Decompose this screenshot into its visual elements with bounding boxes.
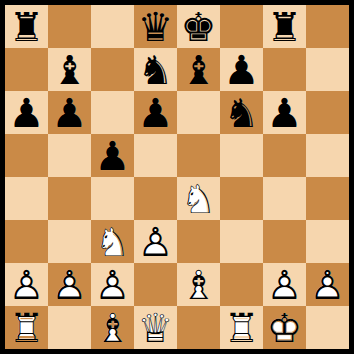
- piece-fill: ♟: [134, 91, 177, 134]
- square-f8[interactable]: [220, 5, 263, 48]
- black-knight-icon[interactable]: ♞: [134, 48, 177, 91]
- white-rook-icon[interactable]: ♜♖: [220, 306, 263, 349]
- square-a8[interactable]: ♜: [5, 5, 48, 48]
- square-d2[interactable]: [134, 263, 177, 306]
- square-g4[interactable]: [263, 177, 306, 220]
- black-pawn-icon[interactable]: ♟: [5, 91, 48, 134]
- square-d8[interactable]: ♛: [134, 5, 177, 48]
- white-rook-icon[interactable]: ♜♖: [5, 306, 48, 349]
- piece-fill: ♛: [134, 5, 177, 48]
- piece-fill: ♚: [177, 5, 220, 48]
- black-queen-icon[interactable]: ♛: [134, 5, 177, 48]
- square-c5[interactable]: ♟: [91, 134, 134, 177]
- black-king-icon[interactable]: ♚: [177, 5, 220, 48]
- piece-outline: ♙: [91, 263, 134, 306]
- piece-outline: ♙: [306, 263, 349, 306]
- piece-outline: ♙: [5, 263, 48, 306]
- black-pawn-icon[interactable]: ♟: [48, 91, 91, 134]
- piece-outline: ♕: [134, 306, 177, 349]
- piece-fill: ♟: [91, 134, 134, 177]
- chess-board: ♜♛♚♜♝♞♝♟♟♟♟♞♟♟♞♘♞♘♟♙♟♙♟♙♟♙♝♗♟♙♟♙♜♖♝♗♛♕♜♖…: [5, 5, 349, 349]
- piece-fill: ♝: [48, 48, 91, 91]
- square-c4[interactable]: [91, 177, 134, 220]
- square-h7[interactable]: [306, 48, 349, 91]
- black-bishop-icon[interactable]: ♝: [177, 48, 220, 91]
- white-pawn-icon[interactable]: ♟♙: [263, 263, 306, 306]
- square-c8[interactable]: [91, 5, 134, 48]
- white-pawn-icon[interactable]: ♟♙: [5, 263, 48, 306]
- square-a5[interactable]: [5, 134, 48, 177]
- square-d1[interactable]: ♛♕: [134, 306, 177, 349]
- piece-outline: ♗: [91, 306, 134, 349]
- piece-fill: ♟: [220, 48, 263, 91]
- square-c1[interactable]: ♝♗: [91, 306, 134, 349]
- square-d4[interactable]: [134, 177, 177, 220]
- square-e8[interactable]: ♚: [177, 5, 220, 48]
- piece-fill: ♟: [263, 91, 306, 134]
- square-g3[interactable]: [263, 220, 306, 263]
- chess-board-frame: ♜♛♚♜♝♞♝♟♟♟♟♞♟♟♞♘♞♘♟♙♟♙♟♙♟♙♝♗♟♙♟♙♜♖♝♗♛♕♜♖…: [0, 0, 354, 354]
- square-a3[interactable]: [5, 220, 48, 263]
- square-h6[interactable]: [306, 91, 349, 134]
- white-queen-icon[interactable]: ♛♕: [134, 306, 177, 349]
- piece-fill: ♜: [263, 5, 306, 48]
- piece-outline: ♔: [263, 306, 306, 349]
- piece-outline: ♘: [177, 177, 220, 220]
- square-d5[interactable]: [134, 134, 177, 177]
- square-f7[interactable]: ♟: [220, 48, 263, 91]
- piece-outline: ♙: [48, 263, 91, 306]
- square-g1[interactable]: ♚♔: [263, 306, 306, 349]
- white-king-icon[interactable]: ♚♔: [263, 306, 306, 349]
- square-g7[interactable]: [263, 48, 306, 91]
- piece-fill: ♞: [220, 91, 263, 134]
- white-pawn-icon[interactable]: ♟♙: [48, 263, 91, 306]
- square-h3[interactable]: [306, 220, 349, 263]
- square-b4[interactable]: [48, 177, 91, 220]
- square-f5[interactable]: [220, 134, 263, 177]
- black-pawn-icon[interactable]: ♟: [91, 134, 134, 177]
- piece-fill: ♝: [177, 48, 220, 91]
- square-a1[interactable]: ♜♖: [5, 306, 48, 349]
- square-h1[interactable]: [306, 306, 349, 349]
- square-d6[interactable]: ♟: [134, 91, 177, 134]
- square-a2[interactable]: ♟♙: [5, 263, 48, 306]
- piece-outline: ♗: [177, 263, 220, 306]
- white-knight-icon[interactable]: ♞♘: [177, 177, 220, 220]
- piece-outline: ♖: [220, 306, 263, 349]
- square-h2[interactable]: ♟♙: [306, 263, 349, 306]
- piece-outline: ♖: [5, 306, 48, 349]
- square-f3[interactable]: [220, 220, 263, 263]
- square-g2[interactable]: ♟♙: [263, 263, 306, 306]
- square-e5[interactable]: [177, 134, 220, 177]
- black-pawn-icon[interactable]: ♟: [263, 91, 306, 134]
- black-rook-icon[interactable]: ♜: [5, 5, 48, 48]
- square-e3[interactable]: [177, 220, 220, 263]
- square-g6[interactable]: ♟: [263, 91, 306, 134]
- square-e1[interactable]: [177, 306, 220, 349]
- square-c7[interactable]: [91, 48, 134, 91]
- piece-fill: ♟: [5, 91, 48, 134]
- square-h5[interactable]: [306, 134, 349, 177]
- square-d7[interactable]: ♞: [134, 48, 177, 91]
- black-pawn-icon[interactable]: ♟: [134, 91, 177, 134]
- square-a6[interactable]: ♟: [5, 91, 48, 134]
- piece-fill: ♟: [48, 91, 91, 134]
- piece-fill: ♞: [134, 48, 177, 91]
- black-knight-icon[interactable]: ♞: [220, 91, 263, 134]
- square-e4[interactable]: ♞♘: [177, 177, 220, 220]
- square-g5[interactable]: [263, 134, 306, 177]
- white-pawn-icon[interactable]: ♟♙: [91, 263, 134, 306]
- square-c3[interactable]: ♞♘: [91, 220, 134, 263]
- square-f1[interactable]: ♜♖: [220, 306, 263, 349]
- white-bishop-icon[interactable]: ♝♗: [177, 263, 220, 306]
- square-c2[interactable]: ♟♙: [91, 263, 134, 306]
- black-rook-icon[interactable]: ♜: [263, 5, 306, 48]
- square-f6[interactable]: ♞: [220, 91, 263, 134]
- square-a7[interactable]: [5, 48, 48, 91]
- piece-fill: ♜: [5, 5, 48, 48]
- piece-outline: ♘: [91, 220, 134, 263]
- square-f2[interactable]: [220, 263, 263, 306]
- square-d3[interactable]: ♟♙: [134, 220, 177, 263]
- black-bishop-icon[interactable]: ♝: [48, 48, 91, 91]
- piece-outline: ♙: [134, 220, 177, 263]
- white-pawn-icon[interactable]: ♟♙: [306, 263, 349, 306]
- square-f4[interactable]: [220, 177, 263, 220]
- square-a4[interactable]: [5, 177, 48, 220]
- square-e6[interactable]: [177, 91, 220, 134]
- square-e2[interactable]: ♝♗: [177, 263, 220, 306]
- square-e7[interactable]: ♝: [177, 48, 220, 91]
- square-b2[interactable]: ♟♙: [48, 263, 91, 306]
- square-g8[interactable]: ♜: [263, 5, 306, 48]
- square-b8[interactable]: [48, 5, 91, 48]
- square-b1[interactable]: [48, 306, 91, 349]
- square-b5[interactable]: [48, 134, 91, 177]
- piece-outline: ♙: [263, 263, 306, 306]
- white-knight-icon[interactable]: ♞♘: [91, 220, 134, 263]
- square-c6[interactable]: [91, 91, 134, 134]
- square-h8[interactable]: [306, 5, 349, 48]
- white-bishop-icon[interactable]: ♝♗: [91, 306, 134, 349]
- black-pawn-icon[interactable]: ♟: [220, 48, 263, 91]
- square-h4[interactable]: [306, 177, 349, 220]
- white-pawn-icon[interactable]: ♟♙: [134, 220, 177, 263]
- square-b6[interactable]: ♟: [48, 91, 91, 134]
- square-b3[interactable]: [48, 220, 91, 263]
- square-b7[interactable]: ♝: [48, 48, 91, 91]
